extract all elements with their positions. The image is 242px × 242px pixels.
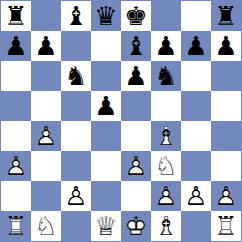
square-b5[interactable]	[31, 91, 61, 121]
black-knight-glyph: ♞	[64, 61, 87, 91]
square-h7[interactable]: ♟	[211, 31, 241, 61]
square-h5[interactable]	[211, 91, 241, 121]
white-pawn: ♟♙	[34, 121, 57, 151]
square-e6[interactable]: ♟	[121, 61, 151, 91]
black-pawn-glyph: ♟	[4, 31, 27, 61]
white-pawn: ♟♙	[214, 181, 237, 211]
square-b4[interactable]: ♟♙	[31, 121, 61, 151]
square-d7[interactable]	[91, 31, 121, 61]
white-pawn-outline: ♙	[154, 181, 177, 211]
square-a8[interactable]: ♜	[1, 1, 31, 31]
black-knight: ♞	[64, 61, 87, 91]
square-f5[interactable]	[151, 91, 181, 121]
black-king: ♚	[124, 1, 147, 31]
white-rook: ♜♖	[4, 211, 27, 241]
square-h1[interactable]: ♜♖	[211, 211, 241, 241]
square-g4[interactable]	[181, 121, 211, 151]
square-c7[interactable]	[61, 31, 91, 61]
square-f8[interactable]	[151, 1, 181, 31]
black-queen-glyph: ♛	[94, 1, 117, 31]
white-pawn: ♟♙	[4, 151, 27, 181]
square-c8[interactable]: ♝	[61, 1, 91, 31]
white-king-outline: ♔	[124, 211, 147, 241]
black-pawn: ♟	[94, 91, 117, 121]
black-rook-glyph: ♜	[4, 1, 27, 31]
square-c4[interactable]	[61, 121, 91, 151]
white-queen-outline: ♕	[94, 211, 117, 241]
black-pawn: ♟	[34, 31, 57, 61]
black-pawn: ♟	[154, 31, 177, 61]
square-h4[interactable]	[211, 121, 241, 151]
black-knight: ♞	[154, 61, 177, 91]
square-f6[interactable]: ♞	[151, 61, 181, 91]
white-knight-outline: ♘	[34, 211, 57, 241]
square-c2[interactable]: ♟♙	[61, 181, 91, 211]
square-f7[interactable]: ♟	[151, 31, 181, 61]
square-c5[interactable]	[61, 91, 91, 121]
white-pawn: ♟♙	[124, 151, 147, 181]
square-a5[interactable]	[1, 91, 31, 121]
square-b1[interactable]: ♞♘	[31, 211, 61, 241]
square-e5[interactable]	[121, 91, 151, 121]
square-h6[interactable]	[211, 61, 241, 91]
white-knight: ♞♘	[154, 151, 177, 181]
square-e2[interactable]	[121, 181, 151, 211]
square-b3[interactable]	[31, 151, 61, 181]
square-h8[interactable]: ♜	[211, 1, 241, 31]
black-pawn-glyph: ♟	[124, 61, 147, 91]
square-d3[interactable]	[91, 151, 121, 181]
square-f2[interactable]: ♟♙	[151, 181, 181, 211]
square-b6[interactable]	[31, 61, 61, 91]
black-pawn-glyph: ♟	[184, 31, 207, 61]
black-pawn: ♟	[124, 61, 147, 91]
square-d6[interactable]	[91, 61, 121, 91]
white-bishop-outline: ♗	[154, 211, 177, 241]
square-e1[interactable]: ♚♔	[121, 211, 151, 241]
square-d4[interactable]	[91, 121, 121, 151]
square-d2[interactable]	[91, 181, 121, 211]
black-bishop-glyph: ♝	[124, 31, 147, 61]
square-g3[interactable]	[181, 151, 211, 181]
square-e4[interactable]	[121, 121, 151, 151]
square-a1[interactable]: ♜♖	[1, 211, 31, 241]
black-pawn-glyph: ♟	[214, 31, 237, 61]
black-pawn: ♟	[214, 31, 237, 61]
square-f1[interactable]: ♝♗	[151, 211, 181, 241]
square-g2[interactable]: ♟♙	[181, 181, 211, 211]
black-pawn-glyph: ♟	[34, 31, 57, 61]
white-pawn-outline: ♙	[214, 181, 237, 211]
square-a7[interactable]: ♟	[1, 31, 31, 61]
square-b7[interactable]: ♟	[31, 31, 61, 61]
white-knight: ♞♘	[34, 211, 57, 241]
square-c1[interactable]	[61, 211, 91, 241]
square-g5[interactable]	[181, 91, 211, 121]
square-d8[interactable]: ♛	[91, 1, 121, 31]
square-b8[interactable]	[31, 1, 61, 31]
white-pawn-outline: ♙	[4, 151, 27, 181]
square-e8[interactable]: ♚	[121, 1, 151, 31]
square-g8[interactable]	[181, 1, 211, 31]
square-f4[interactable]: ♝♗	[151, 121, 181, 151]
chess-board: ♜♝♛♚♜♟♟♝♟♟♟♞♟♞♟♟♙♝♗♟♙♟♙♞♘♟♙♟♙♟♙♟♙♜♖♞♘♛♕♚…	[0, 0, 242, 242]
white-pawn: ♟♙	[154, 181, 177, 211]
chess-board-container: ♜♝♛♚♜♟♟♝♟♟♟♞♟♞♟♟♙♝♗♟♙♟♙♞♘♟♙♟♙♟♙♟♙♜♖♞♘♛♕♚…	[0, 0, 242, 242]
square-a3[interactable]: ♟♙	[1, 151, 31, 181]
black-queen: ♛	[94, 1, 117, 31]
square-c6[interactable]: ♞	[61, 61, 91, 91]
square-a2[interactable]	[1, 181, 31, 211]
square-f3[interactable]: ♞♘	[151, 151, 181, 181]
black-pawn-glyph: ♟	[154, 31, 177, 61]
black-bishop: ♝	[124, 31, 147, 61]
black-knight-glyph: ♞	[154, 61, 177, 91]
square-a6[interactable]	[1, 61, 31, 91]
square-d1[interactable]: ♛♕	[91, 211, 121, 241]
white-bishop-outline: ♗	[154, 121, 177, 151]
white-bishop: ♝♗	[154, 121, 177, 151]
square-h2[interactable]: ♟♙	[211, 181, 241, 211]
white-rook-outline: ♖	[4, 211, 27, 241]
white-king: ♚♔	[124, 211, 147, 241]
white-pawn-outline: ♙	[184, 181, 207, 211]
square-h3[interactable]	[211, 151, 241, 181]
square-e7[interactable]: ♝	[121, 31, 151, 61]
white-rook-outline: ♖	[214, 211, 237, 241]
black-bishop: ♝	[64, 1, 87, 31]
square-g6[interactable]	[181, 61, 211, 91]
square-c3[interactable]	[61, 151, 91, 181]
black-rook: ♜	[4, 1, 27, 31]
square-a4[interactable]	[1, 121, 31, 151]
white-pawn-outline: ♙	[124, 151, 147, 181]
black-rook-glyph: ♜	[214, 1, 237, 31]
black-rook: ♜	[214, 1, 237, 31]
white-knight-outline: ♘	[154, 151, 177, 181]
square-e3[interactable]: ♟♙	[121, 151, 151, 181]
black-bishop-glyph: ♝	[64, 1, 87, 31]
black-pawn: ♟	[4, 31, 27, 61]
black-pawn-glyph: ♟	[94, 91, 117, 121]
square-g1[interactable]	[181, 211, 211, 241]
square-b2[interactable]	[31, 181, 61, 211]
white-pawn: ♟♙	[184, 181, 207, 211]
white-rook: ♜♖	[214, 211, 237, 241]
white-bishop: ♝♗	[154, 211, 177, 241]
square-g7[interactable]: ♟	[181, 31, 211, 61]
white-pawn-outline: ♙	[34, 121, 57, 151]
white-pawn: ♟♙	[64, 181, 87, 211]
black-pawn: ♟	[184, 31, 207, 61]
black-king-glyph: ♚	[124, 1, 147, 31]
white-pawn-outline: ♙	[64, 181, 87, 211]
white-queen: ♛♕	[94, 211, 117, 241]
square-d5[interactable]: ♟	[91, 91, 121, 121]
